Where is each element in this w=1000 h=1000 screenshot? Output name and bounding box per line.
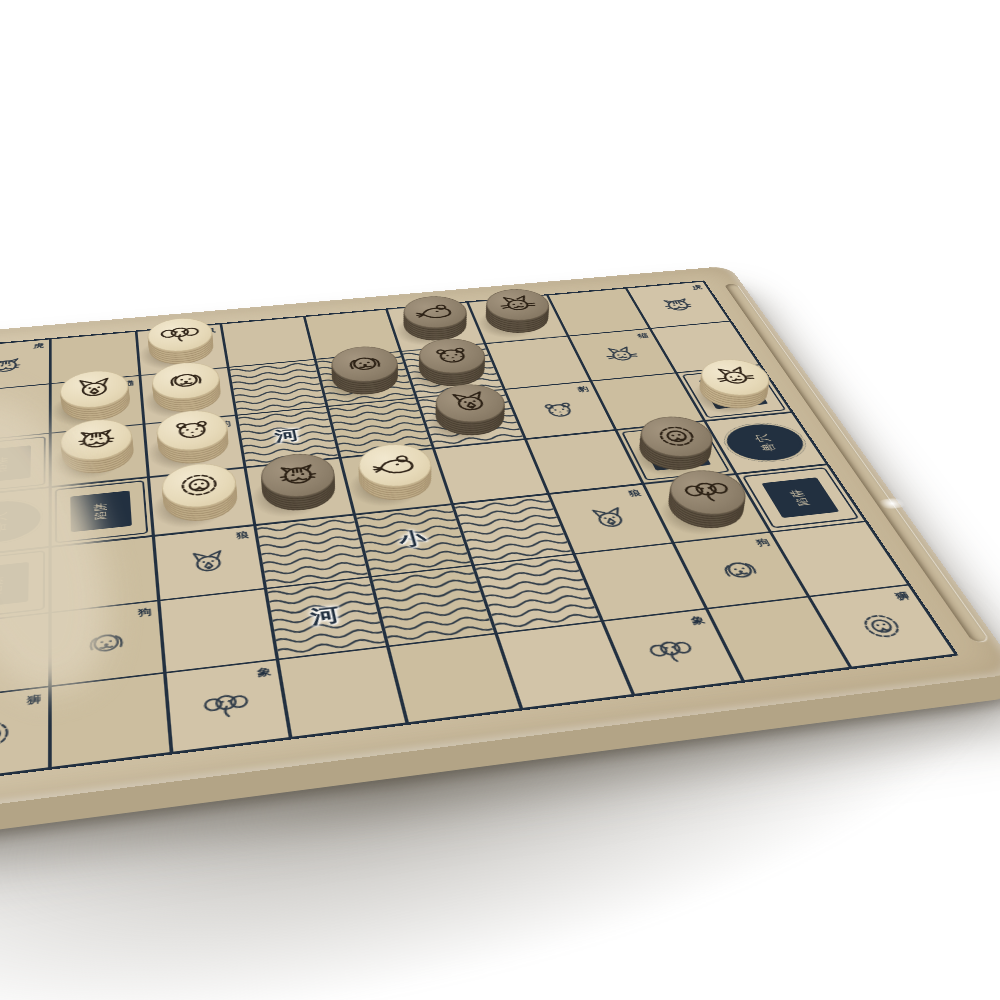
elephant-face-icon	[158, 321, 202, 345]
dog-face-icon	[163, 366, 209, 393]
wolf-face-icon	[584, 504, 635, 533]
lion-face-icon	[0, 714, 15, 754]
cell-f4: 河	[267, 578, 386, 658]
scene: 虎鼠鼠虎猫小猫陷阱豹河豹陷阱兽穴陷阱陷阱兽穴陷阱狼小狼陷阱狗河狗狮象象狮	[0, 0, 1000, 1000]
start-mark-char-f2: 狗	[138, 606, 152, 620]
cell-g3: 象	[166, 660, 289, 752]
start-mark-char-g7: 象	[688, 614, 707, 628]
piece-animal-art	[411, 299, 459, 324]
start-mark-char-e3: 狼	[236, 529, 250, 541]
cell-b5: 小	[316, 352, 415, 406]
start-mark-char-g1: 狮	[27, 692, 42, 708]
elephant-face-icon	[677, 475, 738, 508]
leopard-face-icon	[536, 397, 582, 421]
cell-d5	[341, 449, 450, 513]
rat-face-icon	[411, 299, 458, 322]
piece-dark-wolf[interactable]	[430, 397, 511, 441]
cell-g5	[389, 634, 520, 722]
piece-animal-art	[427, 342, 477, 369]
piece-animal-art	[677, 475, 739, 510]
wolf-face-icon	[185, 546, 231, 577]
den-label: 兽穴	[750, 432, 779, 452]
piece-animal-art	[72, 374, 117, 403]
cell-e5: 小	[356, 505, 472, 576]
piece-light-tiger[interactable]	[62, 432, 135, 479]
cell-e3: 狼	[155, 526, 264, 600]
cat-face-icon	[599, 343, 644, 365]
cell-c6	[418, 390, 524, 448]
cell-f3	[160, 590, 276, 672]
piece-animal-art	[168, 415, 217, 446]
start-mark-char-g9: 狮	[892, 589, 912, 602]
piece-animal-art	[493, 292, 542, 317]
river-waves-icon	[229, 360, 325, 414]
piece-animal-art	[163, 366, 209, 395]
tin-top-surface: 虎鼠鼠虎猫小猫陷阱豹河豹陷阱兽穴陷阱陷阱兽穴陷阱狼小狼陷阱狗河狗狮象象狮	[0, 266, 1000, 820]
start-mark-char-a1: 虎	[33, 342, 44, 351]
wolf-face-icon	[444, 388, 496, 416]
piece-light-lion[interactable]	[162, 476, 241, 527]
river-waves-icon	[256, 515, 369, 587]
cell-e4	[256, 515, 369, 587]
river-label-e5: 小	[396, 526, 429, 551]
piece-animal-art	[158, 321, 202, 347]
piece-dark-cat[interactable]	[480, 301, 555, 337]
tiger-face-icon	[656, 294, 699, 314]
start-mark-char-c7: 豹	[576, 384, 591, 393]
piece-animal-art	[340, 350, 389, 378]
piece-dark-elephant[interactable]	[659, 482, 754, 533]
elephant-face-icon	[642, 633, 700, 669]
lion-face-icon	[851, 608, 912, 642]
game-tin: 虎鼠鼠虎猫小猫陷阱豹河豹陷阱兽穴陷阱陷阱兽穴陷阱狼小狼陷阱狗河狗狮象象狮	[0, 266, 1000, 820]
cell-g2	[51, 674, 170, 768]
piece-animal-art	[174, 468, 225, 503]
start-mark-char-g3: 象	[256, 665, 272, 680]
cell-a8	[548, 288, 648, 335]
cat-face-icon	[493, 292, 541, 315]
cell-g9: 狮	[810, 586, 954, 667]
page-root: { "game": "Dou Shou Qi (Jungle Chess / A…	[0, 0, 1000, 1000]
cell-g1: 狮	[0, 687, 48, 782]
start-mark-char-e7: 狼	[627, 488, 644, 499]
leopard-face-icon	[168, 415, 216, 444]
cell-d4	[246, 459, 353, 524]
cell-f5	[372, 566, 495, 645]
rat-face-icon	[368, 449, 422, 480]
cell-a4	[222, 317, 314, 367]
cell-f7	[576, 544, 705, 620]
wolf-face-icon	[72, 374, 117, 401]
leopard-face-icon	[427, 342, 476, 367]
trap-label: 陷阱	[786, 488, 814, 507]
river-label-c4: 河	[273, 425, 302, 446]
tiger-face-icon	[0, 354, 24, 376]
dog-face-icon	[712, 554, 768, 586]
piece-animal-art	[73, 424, 120, 456]
river-label-f4: 河	[308, 602, 342, 631]
piece-light-rat[interactable]	[354, 456, 437, 505]
piece-dark-dog[interactable]	[328, 358, 403, 399]
tiger-face-icon	[73, 424, 120, 454]
dog-face-icon	[340, 350, 388, 376]
cell-g4	[279, 647, 406, 737]
cell-b4	[229, 360, 325, 414]
piece-animal-art	[272, 458, 325, 492]
elephant-face-icon	[201, 686, 253, 725]
start-mark-char-f8: 狗	[754, 537, 772, 549]
lion-face-icon	[174, 468, 225, 500]
piece-dark-tiger[interactable]	[259, 466, 340, 516]
start-mark-char-a9: 虎	[690, 284, 704, 292]
river-waves-icon	[372, 566, 495, 645]
piece-animal-art	[444, 388, 497, 418]
cell-d3	[150, 468, 254, 535]
trap-label: 陷阱	[91, 502, 110, 521]
trap-e9: 陷阱	[761, 477, 839, 518]
piece-animal-art	[368, 449, 422, 482]
tiger-face-icon	[272, 458, 324, 490]
piece-light-leopard[interactable]	[157, 423, 232, 469]
den-d9: 兽穴	[715, 420, 816, 466]
cell-a1: 虎	[0, 339, 49, 391]
start-mark-char-b8: 猫	[636, 332, 651, 340]
